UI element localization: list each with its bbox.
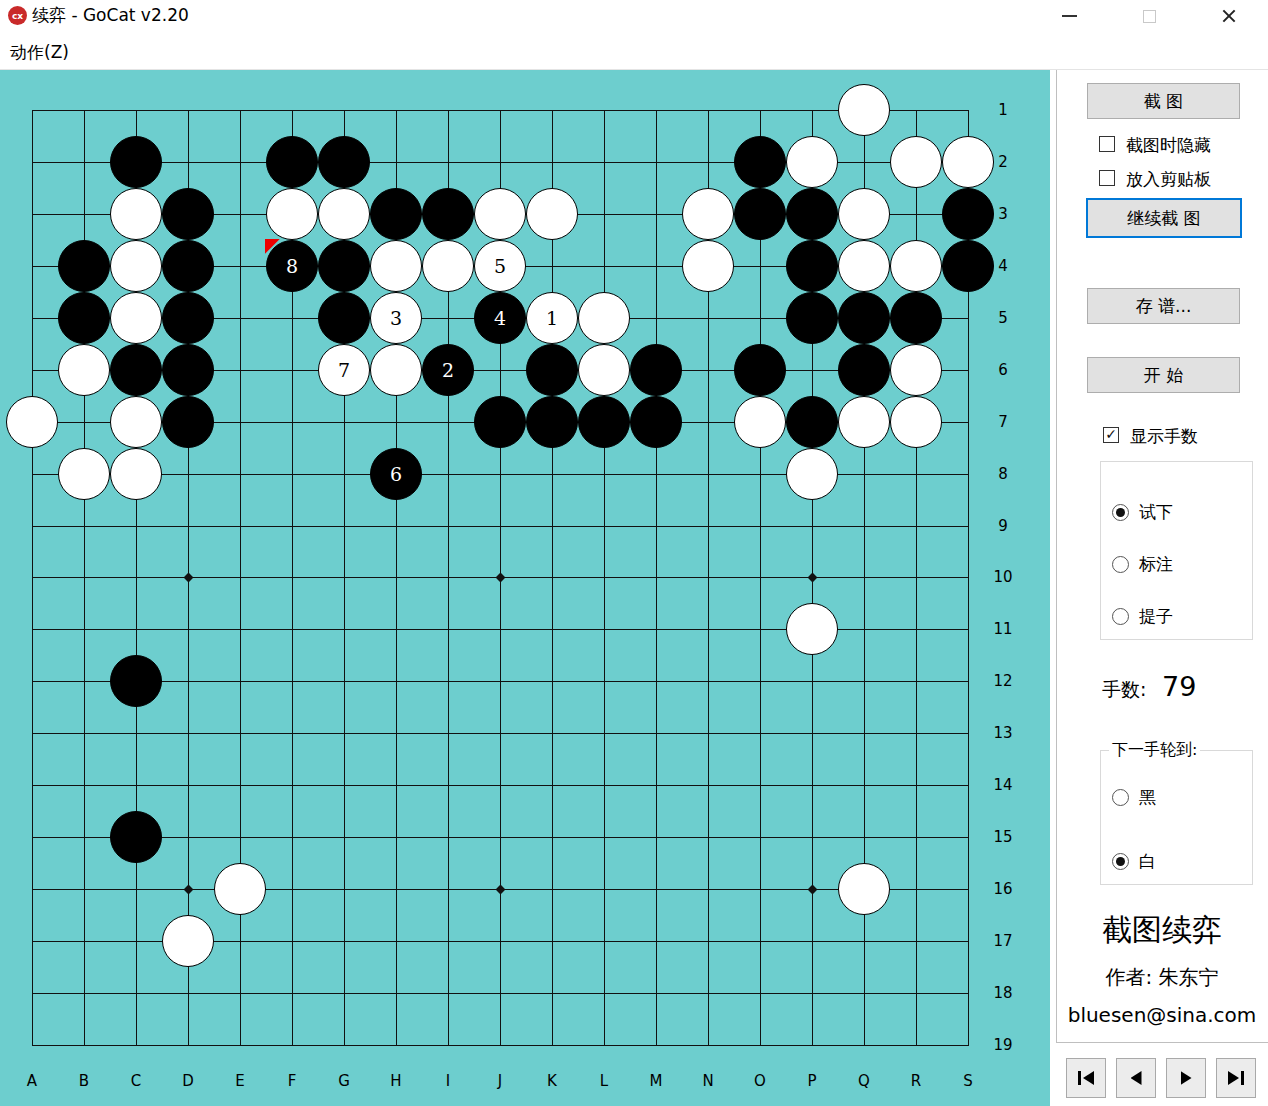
column-label: I bbox=[446, 1072, 450, 1090]
row-label: 13 bbox=[993, 724, 1012, 742]
mode-radio[interactable] bbox=[1112, 504, 1129, 521]
grid-line bbox=[656, 110, 657, 1046]
next-icon bbox=[1181, 1071, 1192, 1085]
column-label: G bbox=[338, 1072, 350, 1090]
nav-first-button[interactable] bbox=[1066, 1058, 1106, 1098]
nav-prev-button[interactable] bbox=[1116, 1058, 1156, 1098]
nav-last-button[interactable] bbox=[1216, 1058, 1256, 1098]
stone[interactable] bbox=[266, 188, 318, 240]
row-label: 8 bbox=[998, 465, 1008, 483]
grid-line bbox=[760, 110, 761, 1046]
star-point bbox=[495, 573, 505, 583]
mode-label: 试下 bbox=[1139, 501, 1173, 524]
window-title: 续弈 - GoCat v2.20 bbox=[32, 4, 189, 27]
grid-line bbox=[32, 993, 969, 994]
move-number: 8 bbox=[286, 255, 298, 277]
stone[interactable] bbox=[58, 344, 110, 396]
stone[interactable]: 3 bbox=[370, 292, 422, 344]
stone[interactable] bbox=[162, 240, 214, 292]
move-number: 3 bbox=[390, 307, 402, 329]
column-label: J bbox=[498, 1072, 502, 1090]
stone[interactable] bbox=[838, 188, 890, 240]
mode-label: 提子 bbox=[1139, 605, 1173, 628]
grid-line bbox=[604, 110, 605, 1046]
grid-line bbox=[32, 837, 969, 838]
next-turn-label: 黑 bbox=[1139, 786, 1156, 809]
stone[interactable] bbox=[682, 188, 734, 240]
stone[interactable] bbox=[474, 188, 526, 240]
stone[interactable] bbox=[786, 240, 838, 292]
stone[interactable]: 2 bbox=[422, 344, 474, 396]
grid-line bbox=[32, 681, 969, 682]
row-label: 1 bbox=[998, 101, 1008, 119]
next-turn-label: 白 bbox=[1139, 850, 1156, 873]
column-label: P bbox=[807, 1072, 816, 1090]
stone[interactable] bbox=[370, 344, 422, 396]
column-label: Q bbox=[858, 1072, 870, 1090]
app-icon: cx bbox=[8, 6, 27, 25]
next-turn-radio[interactable] bbox=[1112, 789, 1129, 806]
show-move-numbers-label: 显示手数 bbox=[1130, 425, 1198, 448]
clipboard-checkbox[interactable]: ✓ bbox=[1099, 170, 1115, 186]
stone[interactable] bbox=[838, 863, 890, 915]
column-label: R bbox=[911, 1072, 921, 1090]
stone[interactable] bbox=[942, 188, 994, 240]
stone[interactable] bbox=[526, 396, 578, 448]
hide-on-capture-label: 截图时隐藏 bbox=[1126, 134, 1211, 157]
maximize-icon bbox=[1143, 10, 1156, 23]
stone[interactable] bbox=[526, 188, 578, 240]
app-name: 截图续弈 bbox=[1056, 910, 1268, 951]
stone[interactable] bbox=[578, 292, 630, 344]
prev-icon bbox=[1131, 1071, 1142, 1085]
row-label: 16 bbox=[993, 880, 1012, 898]
column-label: K bbox=[547, 1072, 557, 1090]
email-line: bluesen@sina.com bbox=[1056, 1003, 1268, 1027]
stone[interactable] bbox=[110, 448, 162, 500]
mode-label: 标注 bbox=[1139, 553, 1173, 576]
stone[interactable] bbox=[682, 240, 734, 292]
column-label: H bbox=[390, 1072, 401, 1090]
mode-option[interactable]: 提子 bbox=[1112, 605, 1173, 628]
stone[interactable] bbox=[734, 188, 786, 240]
stone[interactable] bbox=[110, 344, 162, 396]
stone[interactable] bbox=[734, 136, 786, 188]
stone[interactable] bbox=[786, 603, 838, 655]
go-board[interactable]: 85341726ABCDEFGHIJKLMNOPQRS1234567891011… bbox=[0, 70, 1050, 1106]
minimize-button[interactable] bbox=[1046, 0, 1092, 32]
stone[interactable] bbox=[786, 448, 838, 500]
grid-line bbox=[552, 110, 553, 1046]
stone[interactable] bbox=[890, 344, 942, 396]
clipboard-label: 放入剪贴板 bbox=[1126, 168, 1211, 191]
column-label: E bbox=[235, 1072, 244, 1090]
stone[interactable] bbox=[734, 396, 786, 448]
row-label: 11 bbox=[993, 620, 1012, 638]
column-label: S bbox=[963, 1072, 973, 1090]
checkmark-icon: ✓ bbox=[1105, 426, 1117, 442]
stone[interactable] bbox=[942, 136, 994, 188]
grid-line bbox=[32, 733, 969, 734]
stone[interactable]: 5 bbox=[474, 240, 526, 292]
row-label: 3 bbox=[998, 205, 1008, 223]
row-label: 19 bbox=[993, 1036, 1012, 1054]
row-label: 9 bbox=[998, 517, 1008, 535]
stone[interactable] bbox=[474, 396, 526, 448]
show-move-numbers-checkbox[interactable]: ✓ bbox=[1103, 427, 1119, 443]
stone[interactable]: 8 bbox=[266, 240, 318, 292]
stone[interactable] bbox=[58, 240, 110, 292]
stone[interactable] bbox=[942, 240, 994, 292]
stone[interactable] bbox=[58, 292, 110, 344]
stone[interactable]: 6 bbox=[370, 448, 422, 500]
row-label: 14 bbox=[993, 776, 1012, 794]
stone[interactable] bbox=[890, 292, 942, 344]
stone[interactable] bbox=[110, 292, 162, 344]
radio-dot-icon bbox=[1116, 508, 1125, 517]
menu-action[interactable]: 动作(Z) bbox=[4, 39, 75, 66]
stone[interactable] bbox=[110, 811, 162, 863]
mode-radio[interactable] bbox=[1112, 608, 1129, 625]
stone[interactable] bbox=[110, 136, 162, 188]
move-number: 1 bbox=[546, 307, 558, 329]
start-button[interactable]: 开 始 bbox=[1087, 357, 1240, 393]
row-label: 2 bbox=[998, 153, 1008, 171]
mode-groupbox: 试下标注提子 bbox=[1100, 461, 1253, 640]
column-label: O bbox=[754, 1072, 766, 1090]
stone[interactable] bbox=[6, 396, 58, 448]
stone[interactable] bbox=[422, 240, 474, 292]
stone[interactable] bbox=[838, 84, 890, 136]
stone[interactable] bbox=[162, 344, 214, 396]
stone[interactable] bbox=[318, 240, 370, 292]
stone[interactable] bbox=[578, 396, 630, 448]
hide-on-capture-checkbox[interactable]: ✓ bbox=[1099, 136, 1115, 152]
grid-line bbox=[32, 785, 969, 786]
row-label: 10 bbox=[993, 568, 1012, 586]
row-label: 15 bbox=[993, 828, 1012, 846]
stone[interactable] bbox=[838, 240, 890, 292]
stone[interactable] bbox=[422, 188, 474, 240]
stone[interactable] bbox=[578, 344, 630, 396]
move-number: 4 bbox=[494, 307, 506, 329]
mode-option[interactable]: 试下 bbox=[1112, 501, 1173, 524]
row-label: 7 bbox=[998, 413, 1008, 431]
stone[interactable] bbox=[526, 344, 578, 396]
stone[interactable] bbox=[110, 188, 162, 240]
stone[interactable] bbox=[162, 188, 214, 240]
stone[interactable]: 1 bbox=[526, 292, 578, 344]
menubar: 动作(Z) bbox=[0, 32, 1268, 70]
author-line: 作者: 朱东宁 bbox=[1056, 964, 1268, 991]
stone[interactable] bbox=[838, 396, 890, 448]
row-label: 4 bbox=[998, 257, 1008, 275]
star-point bbox=[807, 573, 817, 583]
minimize-icon bbox=[1062, 15, 1077, 17]
row-label: 6 bbox=[998, 361, 1008, 379]
stone[interactable] bbox=[786, 188, 838, 240]
column-label: N bbox=[702, 1072, 713, 1090]
stone[interactable] bbox=[370, 240, 422, 292]
column-label: L bbox=[600, 1072, 608, 1090]
star-point bbox=[183, 884, 193, 894]
move-number: 7 bbox=[338, 359, 350, 381]
mode-radio[interactable] bbox=[1112, 556, 1129, 573]
next-turn-groupbox: 下一手轮到: 黑白 bbox=[1100, 750, 1253, 885]
row-label: 5 bbox=[998, 309, 1008, 327]
row-label: 12 bbox=[993, 672, 1012, 690]
stone[interactable] bbox=[370, 188, 422, 240]
close-button[interactable] bbox=[1206, 0, 1252, 32]
star-point bbox=[183, 573, 193, 583]
sidebar-divider-horizontal bbox=[1056, 1042, 1268, 1043]
stone[interactable]: 7 bbox=[318, 344, 370, 396]
next-turn-title: 下一手轮到: bbox=[1109, 740, 1200, 761]
next-turn-option[interactable]: 黑 bbox=[1112, 786, 1156, 809]
column-label: B bbox=[79, 1072, 89, 1090]
move-count-value: 79 bbox=[1162, 671, 1196, 702]
stone[interactable] bbox=[58, 448, 110, 500]
stone[interactable] bbox=[162, 292, 214, 344]
column-label: F bbox=[288, 1072, 297, 1090]
skip-end-icon bbox=[1241, 1071, 1244, 1085]
move-number: 6 bbox=[390, 463, 402, 485]
row-label: 17 bbox=[993, 932, 1012, 950]
capture-button[interactable]: 截 图 bbox=[1087, 83, 1240, 119]
move-count-label: 手数: bbox=[1102, 677, 1146, 703]
move-number: 2 bbox=[442, 359, 454, 381]
stone[interactable] bbox=[162, 915, 214, 967]
star-point bbox=[807, 884, 817, 894]
stone[interactable] bbox=[318, 292, 370, 344]
save-record-button[interactable]: 存 谱... bbox=[1087, 288, 1240, 324]
next-turn-radio[interactable] bbox=[1112, 853, 1129, 870]
stone[interactable] bbox=[110, 655, 162, 707]
close-icon bbox=[1221, 8, 1237, 24]
next-turn-option[interactable]: 白 bbox=[1112, 850, 1156, 873]
column-label: A bbox=[27, 1072, 37, 1090]
skip-start-icon bbox=[1078, 1071, 1081, 1085]
stone[interactable] bbox=[266, 136, 318, 188]
stone[interactable] bbox=[890, 136, 942, 188]
column-label: C bbox=[131, 1072, 141, 1090]
sidebar-divider-vertical bbox=[1056, 70, 1057, 1042]
stone[interactable] bbox=[734, 344, 786, 396]
app-window: cx 续弈 - GoCat v2.20 动作(Z) 85341726ABCDEF… bbox=[0, 0, 1268, 1106]
column-label: D bbox=[182, 1072, 194, 1090]
stone[interactable]: 4 bbox=[474, 292, 526, 344]
stone[interactable] bbox=[890, 240, 942, 292]
star-point bbox=[495, 884, 505, 894]
stone[interactable] bbox=[838, 344, 890, 396]
stone[interactable] bbox=[110, 240, 162, 292]
move-number: 5 bbox=[494, 255, 506, 277]
stone[interactable] bbox=[318, 188, 370, 240]
stone[interactable] bbox=[786, 136, 838, 188]
stone[interactable] bbox=[630, 396, 682, 448]
column-label: M bbox=[650, 1072, 663, 1090]
maximize-button[interactable] bbox=[1126, 0, 1172, 32]
radio-dot-icon bbox=[1116, 857, 1125, 866]
stone[interactable] bbox=[162, 396, 214, 448]
stone[interactable] bbox=[890, 396, 942, 448]
stone[interactable] bbox=[630, 344, 682, 396]
nav-next-button[interactable] bbox=[1166, 1058, 1206, 1098]
grid-line bbox=[32, 1045, 969, 1046]
stone[interactable] bbox=[838, 292, 890, 344]
stone[interactable] bbox=[110, 396, 162, 448]
continue-capture-button[interactable]: 继续截 图 bbox=[1086, 198, 1242, 238]
skip-start-icon bbox=[1083, 1071, 1094, 1085]
stone[interactable] bbox=[318, 136, 370, 188]
titlebar: cx 续弈 - GoCat v2.20 bbox=[0, 0, 1268, 32]
row-label: 18 bbox=[993, 984, 1012, 1002]
stone[interactable] bbox=[786, 396, 838, 448]
stone[interactable] bbox=[786, 292, 838, 344]
mode-option[interactable]: 标注 bbox=[1112, 553, 1173, 576]
skip-end-icon bbox=[1228, 1071, 1239, 1085]
stone[interactable] bbox=[214, 863, 266, 915]
